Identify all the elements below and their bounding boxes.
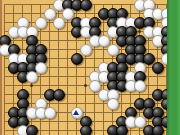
board-left-edge [0, 0, 2, 135]
white-stone [107, 98, 119, 110]
white-stone [53, 17, 65, 29]
grid-line-v [4, 4, 5, 135]
go-board[interactable] [0, 0, 167, 135]
star-point [84, 84, 87, 87]
black-stone [80, 125, 92, 135]
star-point [138, 30, 141, 33]
white-stone [35, 62, 47, 74]
black-stone [53, 89, 65, 101]
black-stone [152, 62, 164, 74]
black-stone [80, 0, 92, 11]
screen [0, 0, 180, 135]
grid-line-v [67, 4, 68, 135]
black-stone [116, 125, 128, 135]
white-stone [26, 71, 38, 83]
last-move-triangle-marker [73, 110, 79, 115]
black-stone [152, 125, 164, 135]
white-stone [35, 17, 47, 29]
star-point [30, 84, 33, 87]
white-stone [44, 107, 56, 119]
white-stone [134, 80, 146, 92]
white-stone [80, 44, 92, 56]
black-stone [71, 53, 83, 65]
black-stone [26, 125, 38, 135]
side-panel [167, 0, 180, 135]
